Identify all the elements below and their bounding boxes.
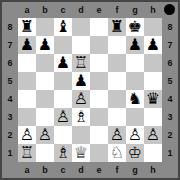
- square-e3[interactable]: [90, 108, 108, 126]
- square-h4[interactable]: ♛: [144, 90, 162, 108]
- square-b2[interactable]: ♙: [36, 126, 54, 144]
- square-a1[interactable]: ♖: [18, 144, 36, 162]
- piece-black-king[interactable]: ♚: [126, 18, 144, 36]
- square-f8[interactable]: ♜: [108, 18, 126, 36]
- file-label-c: c: [54, 162, 72, 178]
- chess-board-diagram: abcdefgh abcdefgh 87654321 87654321 ♜♝♜♚…: [0, 0, 180, 180]
- square-g4[interactable]: ♞: [126, 90, 144, 108]
- piece-white-bishop[interactable]: ♗: [54, 144, 72, 162]
- square-f5[interactable]: [108, 72, 126, 90]
- rank-label-2: 2: [2, 126, 18, 144]
- piece-black-pawn[interactable]: ♟: [72, 72, 90, 90]
- piece-black-pawn[interactable]: ♟: [36, 36, 54, 54]
- piece-black-rook[interactable]: ♜: [18, 18, 36, 36]
- file-labels-top: abcdefgh: [18, 2, 162, 18]
- rank-label-1: 1: [2, 144, 18, 162]
- rank-labels-left: 87654321: [2, 18, 18, 162]
- square-g3[interactable]: [126, 108, 144, 126]
- square-g8[interactable]: ♚: [126, 18, 144, 36]
- square-b3[interactable]: [36, 108, 54, 126]
- square-c8[interactable]: ♝: [54, 18, 72, 36]
- square-e7[interactable]: [90, 36, 108, 54]
- square-f4[interactable]: [108, 90, 126, 108]
- square-b8[interactable]: [36, 18, 54, 36]
- file-label-h: h: [144, 162, 162, 178]
- square-a3[interactable]: [18, 108, 36, 126]
- square-g2[interactable]: ♙: [126, 126, 144, 144]
- rank-label-5: 5: [2, 72, 18, 90]
- square-d8[interactable]: [72, 18, 90, 36]
- square-a8[interactable]: ♜: [18, 18, 36, 36]
- square-a2[interactable]: ♙: [18, 126, 36, 144]
- piece-white-pawn[interactable]: ♙: [18, 126, 36, 144]
- square-f7[interactable]: [108, 36, 126, 54]
- square-h8[interactable]: [144, 18, 162, 36]
- piece-white-rook[interactable]: ♖: [72, 54, 90, 72]
- square-h7[interactable]: ♟: [144, 36, 162, 54]
- square-e6[interactable]: [90, 54, 108, 72]
- piece-black-pawn[interactable]: ♟: [18, 36, 36, 54]
- piece-white-rook[interactable]: ♖: [18, 144, 36, 162]
- square-h3[interactable]: [144, 108, 162, 126]
- square-b5[interactable]: [36, 72, 54, 90]
- square-h1[interactable]: [144, 144, 162, 162]
- square-b7[interactable]: ♟: [36, 36, 54, 54]
- piece-black-pawn[interactable]: ♟: [126, 36, 144, 54]
- rank-label-3: 3: [162, 108, 178, 126]
- piece-white-pawn[interactable]: ♙: [126, 126, 144, 144]
- file-label-c: c: [54, 2, 72, 18]
- square-c1[interactable]: ♗: [54, 144, 72, 162]
- file-label-g: g: [126, 2, 144, 18]
- piece-white-queen[interactable]: ♕: [72, 144, 90, 162]
- piece-white-bishop[interactable]: ♗: [72, 108, 90, 126]
- square-d2[interactable]: [72, 126, 90, 144]
- rank-label-2: 2: [162, 126, 178, 144]
- piece-black-bishop[interactable]: ♝: [54, 18, 72, 36]
- black-to-move-indicator-icon: [164, 4, 175, 15]
- square-b4[interactable]: [36, 90, 54, 108]
- rank-label-4: 4: [162, 90, 178, 108]
- square-a4[interactable]: [18, 90, 36, 108]
- file-label-f: f: [108, 2, 126, 18]
- square-d1[interactable]: ♕: [72, 144, 90, 162]
- square-a7[interactable]: ♟: [18, 36, 36, 54]
- square-h2[interactable]: ♙: [144, 126, 162, 144]
- rank-labels-right: 87654321: [162, 18, 178, 162]
- square-g5[interactable]: [126, 72, 144, 90]
- rank-label-1: 1: [162, 144, 178, 162]
- rank-label-7: 7: [162, 36, 178, 54]
- piece-black-pawn[interactable]: ♟: [54, 54, 72, 72]
- square-e8[interactable]: [90, 18, 108, 36]
- square-b6[interactable]: [36, 54, 54, 72]
- piece-black-pawn[interactable]: ♟: [144, 36, 162, 54]
- square-a5[interactable]: [18, 72, 36, 90]
- file-label-a: a: [18, 162, 36, 178]
- rank-label-7: 7: [2, 36, 18, 54]
- piece-white-pawn[interactable]: ♙: [144, 126, 162, 144]
- square-c7[interactable]: [54, 36, 72, 54]
- file-label-d: d: [72, 2, 90, 18]
- square-g6[interactable]: [126, 54, 144, 72]
- square-f1[interactable]: ♘: [108, 144, 126, 162]
- square-f3[interactable]: [108, 108, 126, 126]
- piece-black-knight[interactable]: ♞: [126, 90, 144, 108]
- square-c2[interactable]: [54, 126, 72, 144]
- file-label-b: b: [36, 162, 54, 178]
- square-g1[interactable]: ♔: [126, 144, 144, 162]
- square-c4[interactable]: [54, 90, 72, 108]
- rank-label-8: 8: [2, 18, 18, 36]
- piece-white-pawn[interactable]: ♙: [54, 108, 72, 126]
- piece-white-pawn[interactable]: ♙: [108, 126, 126, 144]
- square-d6[interactable]: ♖: [72, 54, 90, 72]
- square-c5[interactable]: [54, 72, 72, 90]
- square-e2[interactable]: [90, 126, 108, 144]
- file-label-d: d: [72, 162, 90, 178]
- square-g7[interactable]: ♟: [126, 36, 144, 54]
- square-f6[interactable]: [108, 54, 126, 72]
- square-d3[interactable]: ♗: [72, 108, 90, 126]
- file-label-b: b: [36, 2, 54, 18]
- square-d7[interactable]: [72, 36, 90, 54]
- file-label-g: g: [126, 162, 144, 178]
- square-e1[interactable]: [90, 144, 108, 162]
- square-h6[interactable]: [144, 54, 162, 72]
- piece-white-king[interactable]: ♔: [126, 144, 144, 162]
- square-f2[interactable]: ♙: [108, 126, 126, 144]
- file-label-f: f: [108, 162, 126, 178]
- piece-white-pawn[interactable]: ♙: [72, 90, 90, 108]
- rank-label-3: 3: [2, 108, 18, 126]
- chess-board: ♜♝♜♚♟♟♟♟♟♖♟♙♞♛♙♗♙♙♙♙♙♖♗♕♘♔: [18, 18, 162, 162]
- piece-white-pawn[interactable]: ♙: [36, 126, 54, 144]
- file-label-e: e: [90, 162, 108, 178]
- square-b1[interactable]: [36, 144, 54, 162]
- file-label-e: e: [90, 2, 108, 18]
- square-c6[interactable]: ♟: [54, 54, 72, 72]
- square-d5[interactable]: ♟: [72, 72, 90, 90]
- square-d4[interactable]: ♙: [72, 90, 90, 108]
- piece-black-queen[interactable]: ♛: [144, 90, 162, 108]
- rank-label-6: 6: [162, 54, 178, 72]
- square-e4[interactable]: [90, 90, 108, 108]
- file-label-a: a: [18, 2, 36, 18]
- square-e5[interactable]: [90, 72, 108, 90]
- rank-label-4: 4: [2, 90, 18, 108]
- rank-label-6: 6: [2, 54, 18, 72]
- file-label-h: h: [144, 2, 162, 18]
- square-c3[interactable]: ♙: [54, 108, 72, 126]
- rank-label-5: 5: [162, 72, 178, 90]
- square-a6[interactable]: [18, 54, 36, 72]
- rank-label-8: 8: [162, 18, 178, 36]
- file-labels-bottom: abcdefgh: [18, 162, 162, 178]
- piece-white-knight[interactable]: ♘: [108, 144, 126, 162]
- piece-black-rook[interactable]: ♜: [108, 18, 126, 36]
- square-h5[interactable]: [144, 72, 162, 90]
